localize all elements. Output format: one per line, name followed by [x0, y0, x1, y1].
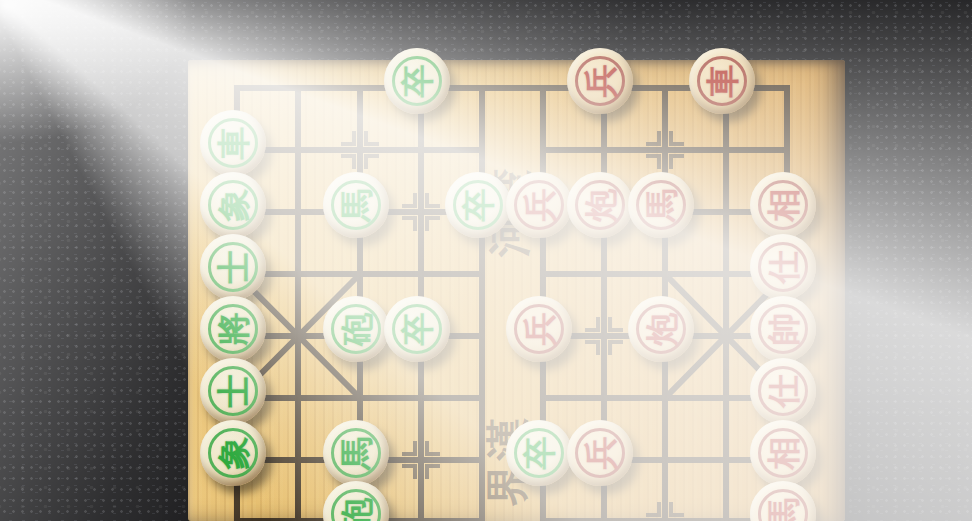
piece-glyph: 馬: [750, 481, 816, 521]
piece-glyph: 士: [200, 234, 266, 300]
xiangqi-board[interactable]: 楚 河 漢 界 車象士將士象馬砲馬砲卒卒卒卒兵車兵炮馬相仕兵炮帥仕兵相馬: [188, 60, 845, 521]
piece-glyph: 仕: [750, 358, 816, 424]
piece-glyph: 仕: [750, 234, 816, 300]
piece-green-soldier[interactable]: 卒: [445, 172, 511, 238]
piece-green-chariot[interactable]: 車: [200, 110, 266, 176]
piece-green-soldier[interactable]: 卒: [384, 48, 450, 114]
piece-glyph: 馬: [323, 172, 389, 238]
piece-glyph: 兵: [567, 420, 633, 486]
piece-glyph: 車: [689, 48, 755, 114]
piece-green-advisor[interactable]: 士: [200, 358, 266, 424]
piece-red-cannon[interactable]: 炮: [628, 296, 694, 362]
piece-glyph: 象: [200, 420, 266, 486]
piece-glyph: 炮: [628, 296, 694, 362]
piece-red-chariot[interactable]: 車: [689, 48, 755, 114]
piece-glyph: 兵: [506, 172, 572, 238]
piece-glyph: 卒: [445, 172, 511, 238]
piece-red-elephant[interactable]: 相: [750, 172, 816, 238]
piece-red-soldier[interactable]: 兵: [506, 172, 572, 238]
piece-glyph: 帥: [750, 296, 816, 362]
piece-red-advisor[interactable]: 仕: [750, 234, 816, 300]
piece-red-general[interactable]: 帥: [750, 296, 816, 362]
piece-glyph: 炮: [567, 172, 633, 238]
piece-glyph: 相: [750, 420, 816, 486]
piece-red-soldier[interactable]: 兵: [567, 420, 633, 486]
piece-red-horse[interactable]: 馬: [628, 172, 694, 238]
piece-glyph: 兵: [567, 48, 633, 114]
piece-green-cannon[interactable]: 砲: [323, 481, 389, 521]
piece-red-cannon[interactable]: 炮: [567, 172, 633, 238]
piece-glyph: 馬: [323, 420, 389, 486]
piece-green-soldier[interactable]: 卒: [506, 420, 572, 486]
piece-glyph: 卒: [384, 296, 450, 362]
piece-green-cannon[interactable]: 砲: [323, 296, 389, 362]
piece-green-advisor[interactable]: 士: [200, 234, 266, 300]
piece-glyph: 卒: [506, 420, 572, 486]
piece-green-soldier[interactable]: 卒: [384, 296, 450, 362]
piece-glyph: 馬: [628, 172, 694, 238]
piece-green-elephant[interactable]: 象: [200, 420, 266, 486]
piece-glyph: 相: [750, 172, 816, 238]
piece-glyph: 車: [200, 110, 266, 176]
piece-red-elephant[interactable]: 相: [750, 420, 816, 486]
piece-green-horse[interactable]: 馬: [323, 172, 389, 238]
piece-red-advisor[interactable]: 仕: [750, 358, 816, 424]
piece-red-horse[interactable]: 馬: [750, 481, 816, 521]
scene: 楚 河 漢 界 車象士將士象馬砲馬砲卒卒卒卒兵車兵炮馬相仕兵炮帥仕兵相馬: [0, 0, 972, 521]
piece-glyph: 兵: [506, 296, 572, 362]
piece-glyph: 士: [200, 358, 266, 424]
piece-glyph: 象: [200, 172, 266, 238]
piece-red-soldier[interactable]: 兵: [567, 48, 633, 114]
piece-green-elephant[interactable]: 象: [200, 172, 266, 238]
piece-glyph: 將: [200, 296, 266, 362]
piece-glyph: 砲: [323, 296, 389, 362]
piece-glyph: 砲: [323, 481, 389, 521]
piece-red-soldier[interactable]: 兵: [506, 296, 572, 362]
piece-green-horse[interactable]: 馬: [323, 420, 389, 486]
piece-green-general[interactable]: 將: [200, 296, 266, 362]
piece-glyph: 卒: [384, 48, 450, 114]
